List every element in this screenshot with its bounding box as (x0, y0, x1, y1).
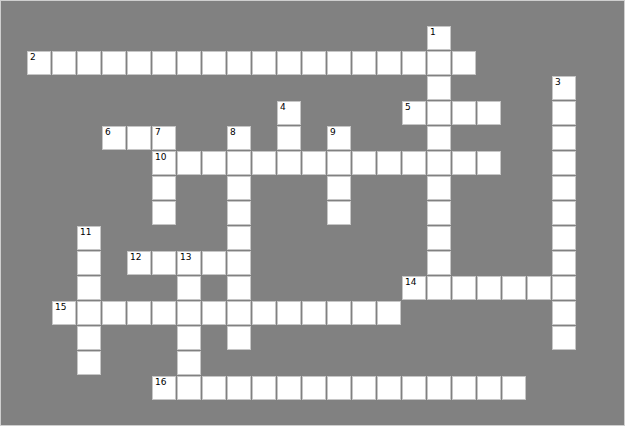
cell-r10-c8[interactable] (202, 251, 226, 275)
cell-r2-c17[interactable] (427, 51, 451, 75)
cell-r12-c11[interactable] (277, 301, 301, 325)
clue-number-7: 7 (155, 127, 161, 137)
clue-number-9: 9 (330, 127, 336, 137)
cell-r12-c8[interactable] (202, 301, 226, 325)
cell-r2-c10[interactable] (252, 51, 276, 75)
cell-r7-c22[interactable] (552, 176, 576, 200)
clue-number-12: 12 (130, 252, 141, 262)
clue-number-8: 8 (230, 127, 236, 137)
cell-r2-c3[interactable] (77, 51, 101, 75)
cell-r6-c12[interactable] (302, 151, 326, 175)
cell-r13-c3[interactable] (77, 326, 101, 350)
cell-r11-c3[interactable] (77, 276, 101, 300)
clue-number-13: 13 (180, 252, 191, 262)
cell-r5-c4[interactable]: 6 (102, 126, 126, 150)
cell-r15-c15[interactable] (377, 376, 401, 400)
cell-r12-c6[interactable] (152, 301, 176, 325)
cell-r6-c17[interactable] (427, 151, 451, 175)
cell-r6-c11[interactable] (277, 151, 301, 175)
cell-r12-c10[interactable] (252, 301, 276, 325)
cell-r12-c7[interactable] (177, 301, 201, 325)
cell-r2-c2[interactable] (52, 51, 76, 75)
cell-r15-c9[interactable] (227, 376, 251, 400)
cell-r10-c17[interactable] (427, 251, 451, 275)
cell-r15-c17[interactable] (427, 376, 451, 400)
cell-r6-c9[interactable] (227, 151, 251, 175)
cell-r6-c6[interactable]: 10 (152, 151, 176, 175)
cell-r10-c6[interactable] (152, 251, 176, 275)
cell-r4-c17[interactable] (427, 101, 451, 125)
cell-r5-c17[interactable] (427, 126, 451, 150)
cell-r4-c18[interactable] (452, 101, 476, 125)
cell-r10-c3[interactable] (77, 251, 101, 275)
cell-r9-c9[interactable] (227, 226, 251, 250)
cell-r7-c17[interactable] (427, 176, 451, 200)
cell-r6-c18[interactable] (452, 151, 476, 175)
cell-r6-c8[interactable] (202, 151, 226, 175)
cell-r8-c13[interactable] (327, 201, 351, 225)
cell-r2-c9[interactable] (227, 51, 251, 75)
cell-r11-c22[interactable] (552, 276, 576, 300)
cell-r10-c7[interactable]: 13 (177, 251, 201, 275)
clue-number-10: 10 (155, 152, 166, 162)
cell-r2-c6[interactable] (152, 51, 176, 75)
cell-r11-c19[interactable] (477, 276, 501, 300)
cell-r9-c3[interactable]: 11 (77, 226, 101, 250)
cell-r5-c13[interactable]: 9 (327, 126, 351, 150)
cell-r9-c17[interactable] (427, 226, 451, 250)
cell-r6-c16[interactable] (402, 151, 426, 175)
cell-r12-c15[interactable] (377, 301, 401, 325)
cell-r12-c9[interactable] (227, 301, 251, 325)
cell-r11-c17[interactable] (427, 276, 451, 300)
cell-r12-c12[interactable] (302, 301, 326, 325)
cell-r2-c1[interactable]: 2 (27, 51, 51, 75)
clue-number-3: 3 (555, 77, 561, 87)
cell-r6-c10[interactable] (252, 151, 276, 175)
cell-r5-c9[interactable]: 8 (227, 126, 251, 150)
cell-r12-c4[interactable] (102, 301, 126, 325)
cell-r6-c22[interactable] (552, 151, 576, 175)
cell-r15-c16[interactable] (402, 376, 426, 400)
cell-r2-c13[interactable] (327, 51, 351, 75)
cell-r4-c19[interactable] (477, 101, 501, 125)
cell-r8-c6[interactable] (152, 201, 176, 225)
cell-r10-c22[interactable] (552, 251, 576, 275)
cell-r15-c20[interactable] (502, 376, 526, 400)
cell-r11-c9[interactable] (227, 276, 251, 300)
clue-number-2: 2 (30, 52, 36, 62)
cell-r6-c15[interactable] (377, 151, 401, 175)
crossword-board: 12345678910111213141516 (0, 0, 625, 426)
cell-r12-c2[interactable]: 15 (52, 301, 76, 325)
cell-r14-c7[interactable] (177, 351, 201, 375)
cell-r7-c13[interactable] (327, 176, 351, 200)
cell-r12-c3[interactable] (77, 301, 101, 325)
cell-r5-c22[interactable] (552, 126, 576, 150)
cell-r2-c12[interactable] (302, 51, 326, 75)
cell-r15-c19[interactable] (477, 376, 501, 400)
cell-r2-c16[interactable] (402, 51, 426, 75)
cell-r15-c12[interactable] (302, 376, 326, 400)
cell-r2-c15[interactable] (377, 51, 401, 75)
cell-r15-c8[interactable] (202, 376, 226, 400)
cell-r2-c18[interactable] (452, 51, 476, 75)
cell-r2-c4[interactable] (102, 51, 126, 75)
cell-r2-c11[interactable] (277, 51, 301, 75)
cell-r8-c22[interactable] (552, 201, 576, 225)
clue-number-11: 11 (80, 227, 91, 237)
clue-number-4: 4 (280, 102, 286, 112)
cell-r1-c17[interactable]: 1 (427, 26, 451, 50)
cell-r9-c22[interactable] (552, 226, 576, 250)
clue-number-14: 14 (405, 277, 416, 287)
cell-r12-c22[interactable] (552, 301, 576, 325)
cell-r5-c6[interactable]: 7 (152, 126, 176, 150)
cell-r15-c13[interactable] (327, 376, 351, 400)
cell-r11-c16[interactable]: 14 (402, 276, 426, 300)
clue-number-5: 5 (405, 102, 411, 112)
cell-r5-c11[interactable] (277, 126, 301, 150)
cell-r5-c5[interactable] (127, 126, 151, 150)
cell-r13-c22[interactable] (552, 326, 576, 350)
cell-r15-c6[interactable]: 16 (152, 376, 176, 400)
cell-r15-c7[interactable] (177, 376, 201, 400)
cell-r11-c18[interactable] (452, 276, 476, 300)
cell-r3-c22[interactable]: 3 (552, 76, 576, 100)
cell-r10-c9[interactable] (227, 251, 251, 275)
cell-r14-c3[interactable] (77, 351, 101, 375)
cell-r8-c9[interactable] (227, 201, 251, 225)
cell-r4-c11[interactable]: 4 (277, 101, 301, 125)
cell-r15-c14[interactable] (352, 376, 376, 400)
clue-number-15: 15 (55, 302, 66, 312)
cell-r11-c7[interactable] (177, 276, 201, 300)
cell-r12-c13[interactable] (327, 301, 351, 325)
cell-r6-c13[interactable] (327, 151, 351, 175)
cell-r12-c5[interactable] (127, 301, 151, 325)
cell-r6-c19[interactable] (477, 151, 501, 175)
clue-number-16: 16 (155, 377, 166, 387)
cell-r11-c20[interactable] (502, 276, 526, 300)
cell-r2-c14[interactable] (352, 51, 376, 75)
clue-number-6: 6 (105, 127, 111, 137)
cell-r3-c17[interactable] (427, 76, 451, 100)
cell-r12-c14[interactable] (352, 301, 376, 325)
clue-number-1: 1 (430, 27, 436, 37)
cell-r10-c5[interactable]: 12 (127, 251, 151, 275)
cell-r6-c7[interactable] (177, 151, 201, 175)
cell-r6-c14[interactable] (352, 151, 376, 175)
cell-r15-c18[interactable] (452, 376, 476, 400)
cell-r4-c22[interactable] (552, 101, 576, 125)
cell-r2-c5[interactable] (127, 51, 151, 75)
cell-r2-c7[interactable] (177, 51, 201, 75)
cell-r7-c6[interactable] (152, 176, 176, 200)
cell-r2-c8[interactable] (202, 51, 226, 75)
cell-r8-c17[interactable] (427, 201, 451, 225)
cell-r13-c9[interactable] (227, 326, 251, 350)
cell-r15-c11[interactable] (277, 376, 301, 400)
cell-r4-c16[interactable]: 5 (402, 101, 426, 125)
cell-r11-c21[interactable] (527, 276, 551, 300)
cell-r7-c9[interactable] (227, 176, 251, 200)
cell-r13-c7[interactable] (177, 326, 201, 350)
cell-r15-c10[interactable] (252, 376, 276, 400)
